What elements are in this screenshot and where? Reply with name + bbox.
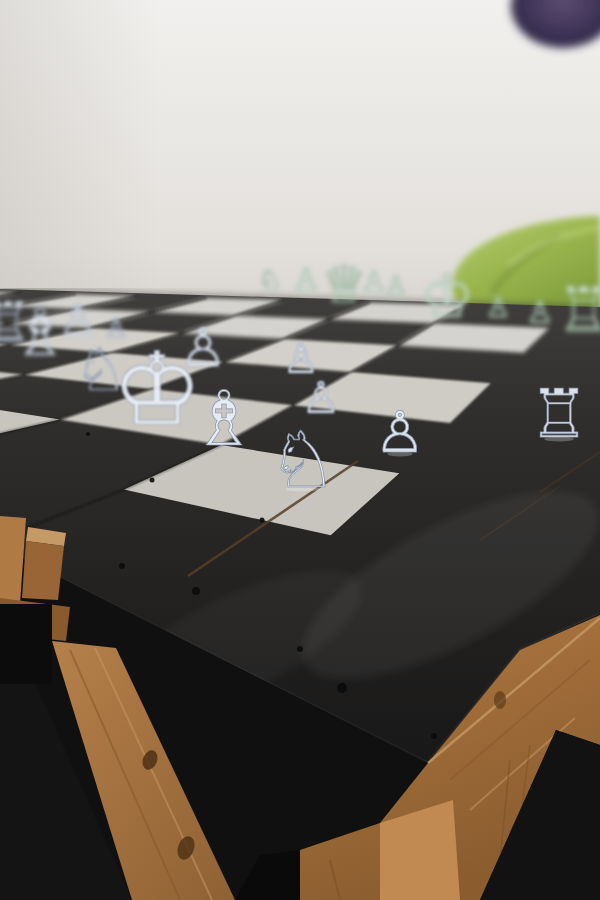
floor-shadow-left xyxy=(0,604,52,684)
photo-scene: ♘♙♙♙♕♔♙♙♖♙♙♖♗♙♙♘♙♔♖♗♙♘ ♘♕♔♖♙♙♙♙♙♙♖♗♙♙♘♙♙… xyxy=(0,0,600,900)
clear-glass-rook-h4: ♖ xyxy=(529,375,589,453)
chess-photo: ♘♙♙♙♕♔♙♙♖♙♙♖♗♙♙♘♙♔♖♗♙♘ xyxy=(0,0,600,900)
clear-glass-bishop-g4: ♗ xyxy=(190,374,258,463)
green-glass-pawn-d7: ♙ xyxy=(292,261,321,299)
green-glass-queen-e8: ♕ xyxy=(321,254,368,314)
clear-glass-bishop-d6: ♗ xyxy=(10,294,69,371)
green-glass-pawn-g7: ♙ xyxy=(485,291,510,324)
clear-glass-king-f4: ♔ xyxy=(112,330,203,448)
green-glass-pawn-f7: ♙ xyxy=(383,270,408,303)
green-glass-king-f8: ♔ xyxy=(420,260,475,331)
green-glass-pawn-h7: ♙ xyxy=(526,294,554,330)
shadow-under-table xyxy=(235,850,300,900)
clear-glass-knight-h2: ♘ xyxy=(268,415,338,505)
green-glass-rook-h8: ♖ xyxy=(557,274,600,345)
clear-glass-pawn-h3: ♙ xyxy=(374,399,425,465)
green-glass-knight-d8: ♘ xyxy=(258,264,282,295)
